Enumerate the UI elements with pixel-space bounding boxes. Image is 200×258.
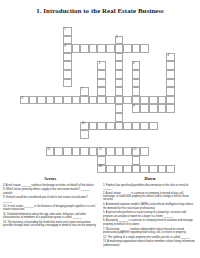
grid-cell[interactable] [80,130,89,139]
grid-cell[interactable] [115,96,124,105]
grid-cell[interactable] [132,79,141,88]
page-title: 1. Introduction to the Real Estate Busin… [0,7,200,15]
clue-item: 5. A person who performs a visual survey… [103,211,197,218]
clue-number: 4 [167,54,169,57]
clue-number: 9 [133,105,135,108]
grid-cell[interactable] [115,87,124,96]
grid-cell[interactable]: 7 [80,87,89,96]
grid-cell[interactable] [166,104,175,113]
grid-cell[interactable] [166,79,175,88]
clue-number: 11 [47,148,50,151]
grid-cell[interactable]: 6 [132,61,141,70]
clue-item: 8. Which factor primarily affects supply… [3,188,97,195]
grid-cell[interactable] [140,122,149,131]
grid-cell[interactable] [72,96,81,105]
grid-cell[interactable] [115,104,124,113]
clue-item: 10. In real estate, ______ is the busine… [3,205,97,212]
grid-cell[interactable]: 3 [63,44,72,53]
clue-number: 3 [64,45,66,48]
grid-cell[interactable] [63,53,72,62]
grid-cell[interactable] [166,96,175,105]
grid-cell[interactable] [115,61,124,70]
grid-cell[interactable] [80,44,89,53]
grid-cell[interactable] [149,96,158,105]
grid-cell[interactable] [97,96,106,105]
grid-cell[interactable] [115,122,124,131]
grid-cell[interactable] [106,147,115,156]
clue-item: 1. Federal law specifically prohibits di… [103,184,197,191]
grid-cell[interactable] [115,79,124,88]
clue-item: 12. The splitting of a single property i… [103,236,197,239]
clue-number: 13 [133,148,136,151]
grid-cell[interactable] [149,165,158,174]
grid-cell[interactable] [54,96,63,105]
clue-number: 8 [21,97,23,100]
grid-cell[interactable] [123,165,132,174]
clue-number: 14 [99,165,102,168]
grid-cell[interactable] [97,87,106,96]
grid-cell[interactable] [63,61,72,70]
across-clue-list: 3. A real estate ______ conducts brokera… [3,184,97,228]
grid-cell[interactable] [166,87,175,96]
grid-cell[interactable] [89,44,98,53]
clue-item: 4. Automated valuation models (AVMs) and… [103,203,197,210]
grid-cell[interactable] [115,165,124,174]
across-header: Across [3,176,97,181]
clue-number: 6 [133,62,135,65]
grid-cell[interactable] [115,113,124,122]
grid-cell[interactable] [166,61,175,70]
grid-cell[interactable]: 14 [97,165,106,174]
grid-cell[interactable] [115,44,124,53]
down-clue-column: Down 1. Federal law specifically prohibi… [103,176,197,249]
clue-item: 2. A real estate ______ is a person or c… [103,192,197,202]
grid-cell[interactable] [37,96,46,105]
grid-cell[interactable]: 2 [115,36,124,45]
grid-cell[interactable] [63,79,72,88]
clue-item: 9. Schools would be considered part of w… [3,196,97,203]
grid-cell[interactable] [106,122,115,131]
clue-section: Across 3. A real estate ______ conducts … [0,176,200,249]
grid-cell[interactable] [123,122,132,131]
grid-cell[interactable] [63,70,72,79]
grid-cell[interactable]: 9 [132,104,141,113]
grid-cell[interactable] [72,147,81,156]
grid-cell[interactable] [149,104,158,113]
grid-cell[interactable] [106,96,115,105]
grid-cell[interactable] [80,147,89,156]
grid-cell[interactable] [140,165,149,174]
grid-cell[interactable] [46,96,55,105]
down-header: Down [103,176,197,181]
crossword-grid: 1234567891011121314 [20,27,175,173]
grid-cell[interactable]: 1 [63,27,72,36]
grid-cell[interactable] [97,156,106,165]
grid-cell[interactable] [89,147,98,156]
clue-number: 7 [82,88,84,91]
grid-cell[interactable] [140,44,149,53]
crossword-worksheet-page: { "title": "1. Introduction to the Real … [0,0,200,258]
grid-cell[interactable] [63,147,72,156]
clue-item: 11. Detailed information about the age, … [3,213,97,220]
grid-cell[interactable] [132,156,141,165]
grid-cell[interactable] [80,96,89,105]
grid-cell[interactable] [166,165,175,174]
grid-cell[interactable] [115,53,124,62]
clue-number: 10 [82,122,85,125]
grid-cell[interactable] [132,44,141,53]
grid-cell[interactable]: 5 [97,61,106,70]
grid-cell[interactable] [97,44,106,53]
down-clue-list: 1. Federal law specifically prohibits di… [103,184,197,248]
grid-cell[interactable]: 4 [166,53,175,62]
clue-item: 14. The business of providing the funds … [3,221,97,228]
grid-cell[interactable] [140,96,149,105]
grid-cell[interactable] [123,96,132,105]
grid-cell[interactable]: 12 [97,147,106,156]
grid-cell[interactable] [89,122,98,131]
grid-cell[interactable] [140,104,149,113]
grid-cell[interactable] [132,87,141,96]
grid-cell[interactable] [166,70,175,79]
clue-number: 12 [99,148,102,151]
grid-cell[interactable] [132,165,141,174]
grid-cell[interactable] [54,147,63,156]
grid-cell[interactable] [158,104,167,113]
clue-item: 7. Real estate ______ involves independe… [103,228,197,235]
grid-cell[interactable] [115,70,124,79]
grid-cell[interactable] [132,122,141,131]
grid-cell[interactable] [106,44,115,53]
across-clue-column: Across 3. A real estate ______ conducts … [3,176,97,249]
grid-cell[interactable] [158,96,167,105]
grid-cell[interactable] [97,122,106,131]
grid-cell[interactable] [89,96,98,105]
grid-cell[interactable] [140,147,149,156]
clue-number: 5 [99,62,101,65]
grid-cell[interactable] [97,79,106,88]
clue-item: 3. A real estate ______ conducts brokera… [3,184,97,187]
grid-cell[interactable] [132,70,141,79]
clue-item: 6. A property ______ is a person or comp… [103,219,197,226]
grid-cell[interactable]: 13 [132,147,141,156]
grid-cell[interactable] [123,44,132,53]
grid-cell[interactable] [123,147,132,156]
grid-cell[interactable] [115,147,124,156]
grid-cell[interactable]: 10 [80,122,89,131]
grid-cell[interactable] [149,122,158,131]
clue-number: 1 [64,28,66,31]
clue-number: 2 [116,36,118,39]
grid-cell[interactable] [29,96,38,105]
grid-cell[interactable] [132,96,141,105]
grid-cell[interactable]: 11 [46,147,55,156]
clue-item: 13. A marketing organization whose broke… [103,240,197,247]
grid-cell[interactable] [63,36,72,45]
grid-cell[interactable] [72,44,81,53]
grid-cell[interactable] [158,165,167,174]
grid-cell[interactable]: 8 [20,96,29,105]
grid-cell[interactable] [97,70,106,79]
grid-cell[interactable] [63,96,72,105]
grid-cell[interactable] [106,165,115,174]
